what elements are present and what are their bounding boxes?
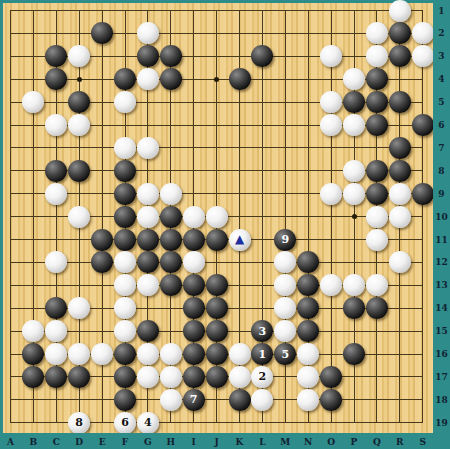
stone-white bbox=[114, 251, 136, 273]
stone-white bbox=[343, 68, 365, 90]
stone-white bbox=[274, 251, 296, 273]
stone-black bbox=[114, 160, 136, 182]
column-label: R bbox=[390, 437, 410, 447]
stone-white bbox=[274, 320, 296, 342]
row-label: 1 bbox=[433, 6, 450, 16]
stone-white: 4 bbox=[137, 412, 159, 434]
stone-black bbox=[91, 229, 113, 251]
stone-white: 6 bbox=[114, 412, 136, 434]
stone-white bbox=[137, 366, 159, 388]
stone-white bbox=[343, 274, 365, 296]
stone-white bbox=[366, 22, 388, 44]
stone-black bbox=[183, 343, 205, 365]
stone-white bbox=[412, 45, 434, 67]
stone-white bbox=[389, 183, 411, 205]
hoshi-point bbox=[352, 214, 357, 219]
stone-black: 1 bbox=[251, 343, 273, 365]
stone-white bbox=[274, 274, 296, 296]
stone-black bbox=[160, 274, 182, 296]
stone-black: 5 bbox=[274, 343, 296, 365]
stone-black bbox=[114, 229, 136, 251]
move-number-label: 4 bbox=[144, 417, 152, 428]
stone-white bbox=[389, 251, 411, 273]
grid-line-horizontal bbox=[10, 262, 423, 263]
stone-white bbox=[343, 183, 365, 205]
column-label: M bbox=[275, 437, 295, 447]
stone-black: 7 bbox=[183, 389, 205, 411]
stone-white bbox=[160, 389, 182, 411]
row-label: 16 bbox=[433, 349, 450, 359]
stone-black bbox=[114, 183, 136, 205]
stone-white bbox=[251, 389, 273, 411]
row-label: 5 bbox=[433, 97, 450, 107]
move-number-label: 8 bbox=[75, 417, 83, 428]
stone-white bbox=[114, 91, 136, 113]
stone-black bbox=[297, 297, 319, 319]
stone-black bbox=[297, 320, 319, 342]
move-number-label: 7 bbox=[190, 394, 198, 405]
stone-white bbox=[45, 114, 67, 136]
row-label: 6 bbox=[433, 120, 450, 130]
stone-white bbox=[68, 114, 90, 136]
move-number-label: 9 bbox=[281, 234, 289, 245]
stone-black bbox=[183, 366, 205, 388]
stone-black bbox=[22, 343, 44, 365]
stone-black bbox=[320, 389, 342, 411]
stone-white bbox=[320, 274, 342, 296]
stone-black bbox=[389, 22, 411, 44]
row-label: 11 bbox=[433, 235, 450, 245]
stone-black bbox=[45, 160, 67, 182]
stone-black: 3 bbox=[251, 320, 273, 342]
hoshi-point bbox=[214, 77, 219, 82]
stone-black bbox=[114, 68, 136, 90]
stone-white bbox=[68, 45, 90, 67]
stone-black bbox=[366, 160, 388, 182]
row-label: 13 bbox=[433, 280, 450, 290]
stone-white bbox=[91, 343, 113, 365]
stone-white bbox=[297, 343, 319, 365]
stone-black bbox=[343, 343, 365, 365]
stone-white bbox=[114, 137, 136, 159]
stone-white bbox=[114, 274, 136, 296]
stone-white bbox=[297, 389, 319, 411]
column-label: F bbox=[115, 437, 135, 447]
stone-black bbox=[206, 229, 228, 251]
stone-black bbox=[114, 343, 136, 365]
row-label: 9 bbox=[433, 189, 450, 199]
stone-white bbox=[22, 320, 44, 342]
stone-black bbox=[183, 297, 205, 319]
move-number-label: 2 bbox=[259, 371, 267, 382]
stone-black bbox=[206, 343, 228, 365]
stone-white bbox=[320, 91, 342, 113]
stone-white bbox=[389, 0, 411, 22]
stone-white bbox=[22, 91, 44, 113]
column-label: A bbox=[1, 437, 21, 447]
stone-black bbox=[160, 206, 182, 228]
stone-black bbox=[366, 183, 388, 205]
go-app-window: ▲931527864 ABCDEFGHIJKLMNOPQRS1234567891… bbox=[0, 0, 450, 449]
column-label: I bbox=[184, 437, 204, 447]
grid-line-vertical bbox=[422, 10, 423, 423]
column-label: C bbox=[46, 437, 66, 447]
row-label: 10 bbox=[433, 212, 450, 222]
stone-black bbox=[229, 389, 251, 411]
stone-black bbox=[183, 274, 205, 296]
stone-black bbox=[389, 137, 411, 159]
stone-white bbox=[206, 206, 228, 228]
stone-white bbox=[274, 297, 296, 319]
move-number-label: 1 bbox=[259, 349, 267, 360]
stone-white bbox=[160, 183, 182, 205]
stone-black bbox=[206, 297, 228, 319]
stone-white bbox=[366, 274, 388, 296]
stone-black bbox=[206, 366, 228, 388]
column-label: G bbox=[138, 437, 158, 447]
stone-white bbox=[366, 45, 388, 67]
stone-black bbox=[160, 68, 182, 90]
stone-black bbox=[45, 297, 67, 319]
stone-black bbox=[297, 274, 319, 296]
stone-white bbox=[68, 206, 90, 228]
stone-black bbox=[389, 45, 411, 67]
stone-black bbox=[45, 366, 67, 388]
stone-black bbox=[183, 320, 205, 342]
stone-black bbox=[160, 251, 182, 273]
stone-black bbox=[366, 297, 388, 319]
stone-black bbox=[343, 297, 365, 319]
column-label: O bbox=[321, 437, 341, 447]
row-label: 12 bbox=[433, 257, 450, 267]
stone-black bbox=[297, 251, 319, 273]
column-label: P bbox=[344, 437, 364, 447]
stone-white bbox=[114, 320, 136, 342]
stone-white bbox=[137, 183, 159, 205]
stone-white bbox=[137, 206, 159, 228]
column-label: D bbox=[69, 437, 89, 447]
row-label: 2 bbox=[433, 28, 450, 38]
stone-white: 8 bbox=[68, 412, 90, 434]
row-label: 17 bbox=[433, 372, 450, 382]
stone-black bbox=[389, 91, 411, 113]
stone-black bbox=[320, 366, 342, 388]
grid-line-horizontal bbox=[10, 399, 423, 400]
stone-black bbox=[206, 320, 228, 342]
row-label: 14 bbox=[433, 303, 450, 313]
stone-white bbox=[45, 251, 67, 273]
row-label: 3 bbox=[433, 51, 450, 61]
stone-black bbox=[45, 45, 67, 67]
stone-black bbox=[206, 274, 228, 296]
stone-white bbox=[183, 251, 205, 273]
stone-white bbox=[343, 160, 365, 182]
stone-white bbox=[229, 343, 251, 365]
stone-black bbox=[114, 389, 136, 411]
column-label: K bbox=[230, 437, 250, 447]
stone-white bbox=[297, 366, 319, 388]
stone-white bbox=[320, 114, 342, 136]
stone-white bbox=[137, 274, 159, 296]
stone-white bbox=[412, 22, 434, 44]
stone-white bbox=[160, 343, 182, 365]
stone-black bbox=[114, 206, 136, 228]
stone-black bbox=[137, 45, 159, 67]
stone-black bbox=[137, 320, 159, 342]
hoshi-point bbox=[77, 77, 82, 82]
stone-white bbox=[160, 366, 182, 388]
stone-white bbox=[114, 297, 136, 319]
stone-black bbox=[229, 68, 251, 90]
stone-white: ▲ bbox=[229, 229, 251, 251]
stone-white bbox=[320, 45, 342, 67]
stone-white bbox=[137, 343, 159, 365]
stone-white bbox=[68, 343, 90, 365]
stone-black bbox=[160, 229, 182, 251]
stone-black bbox=[366, 91, 388, 113]
column-label: E bbox=[92, 437, 112, 447]
stone-white bbox=[137, 137, 159, 159]
column-label: S bbox=[413, 437, 433, 447]
stone-black bbox=[183, 229, 205, 251]
stone-black bbox=[68, 91, 90, 113]
grid-line-vertical bbox=[331, 10, 332, 423]
stone-white bbox=[45, 343, 67, 365]
row-label: 8 bbox=[433, 166, 450, 176]
stone-black bbox=[160, 45, 182, 67]
stone-white bbox=[366, 206, 388, 228]
row-label: 4 bbox=[433, 74, 450, 84]
stone-black bbox=[412, 114, 434, 136]
move-number-label: 3 bbox=[259, 326, 267, 337]
column-label: Q bbox=[367, 437, 387, 447]
stone-white bbox=[68, 297, 90, 319]
row-label: 15 bbox=[433, 326, 450, 336]
stone-white bbox=[137, 22, 159, 44]
column-label: L bbox=[252, 437, 272, 447]
stone-white bbox=[45, 183, 67, 205]
stone-black bbox=[68, 160, 90, 182]
stone-white bbox=[343, 114, 365, 136]
stone-white bbox=[320, 183, 342, 205]
stone-black bbox=[412, 183, 434, 205]
stone-black bbox=[68, 366, 90, 388]
stone-white bbox=[366, 229, 388, 251]
stone-black bbox=[343, 91, 365, 113]
column-label: J bbox=[207, 437, 227, 447]
stone-white bbox=[389, 206, 411, 228]
stone-black bbox=[389, 160, 411, 182]
stone-black bbox=[366, 68, 388, 90]
row-label: 19 bbox=[433, 418, 450, 428]
stone-white bbox=[183, 206, 205, 228]
stone-black bbox=[22, 366, 44, 388]
column-label: H bbox=[161, 437, 181, 447]
stone-white bbox=[45, 320, 67, 342]
column-label: B bbox=[23, 437, 43, 447]
goban-board[interactable]: ▲931527864 bbox=[3, 3, 433, 433]
column-label: N bbox=[298, 437, 318, 447]
stone-black bbox=[91, 22, 113, 44]
stone-black bbox=[45, 68, 67, 90]
stone-black bbox=[137, 229, 159, 251]
stone-black bbox=[366, 114, 388, 136]
row-label: 18 bbox=[433, 395, 450, 405]
stone-white bbox=[229, 366, 251, 388]
stone-black: 9 bbox=[274, 229, 296, 251]
stone-black bbox=[251, 45, 273, 67]
stone-black bbox=[137, 251, 159, 273]
stone-white: 2 bbox=[251, 366, 273, 388]
triangle-marker-icon: ▲ bbox=[235, 233, 244, 245]
move-number-label: 6 bbox=[121, 417, 129, 428]
move-number-label: 5 bbox=[281, 349, 289, 360]
stone-white bbox=[137, 68, 159, 90]
stone-black bbox=[91, 251, 113, 273]
stone-black bbox=[114, 366, 136, 388]
row-label: 7 bbox=[433, 143, 450, 153]
